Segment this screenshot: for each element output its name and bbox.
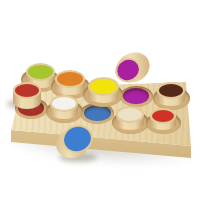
disc-brown-top [157,82,185,99]
disc-red-on-edge-top [13,82,41,99]
disc-red-top [150,108,176,124]
disc-cream-top [116,106,144,123]
disc-green-top [26,63,55,81]
recess-magenta-surface [123,88,149,104]
touch-memory-game-photo [0,0,200,200]
disc-yellow-top [88,77,119,96]
disc-orange-top [55,70,85,88]
pieces-layer [0,0,200,200]
disc-white-top [50,95,78,112]
recess-blue-surface [84,105,111,121]
